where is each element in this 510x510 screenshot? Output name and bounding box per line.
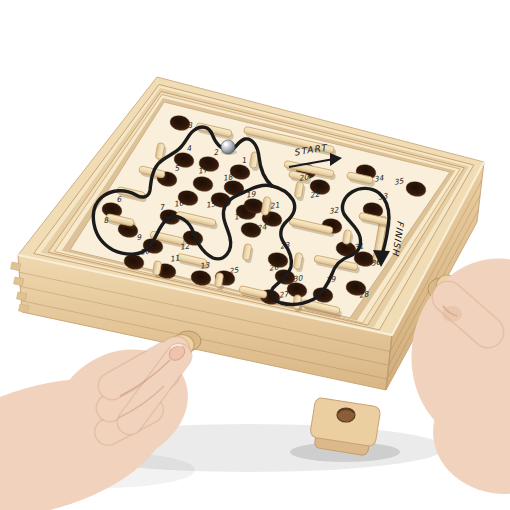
ball-highlight [224, 143, 228, 147]
hole-label-31: 31 [353, 241, 364, 251]
left-hand [0, 329, 206, 510]
hole-label-24: 24 [256, 222, 267, 232]
finger-joint [17, 292, 27, 301]
hole-label-34: 34 [373, 173, 384, 183]
steel-ball[interactable] [221, 140, 235, 154]
product-photo: STARTFINISH12345678910111213141516171819… [0, 0, 510, 510]
finger-joint [19, 304, 29, 313]
finger-joint [11, 262, 21, 271]
hole-label-14: 14 [233, 211, 244, 221]
finger-joint [14, 277, 24, 286]
labyrinth-scene: STARTFINISH12345678910111213141516171819… [0, 0, 510, 510]
hole-label-21: 21 [269, 200, 280, 210]
thumb-shade [442, 306, 462, 322]
hole-label-11: 11 [169, 253, 180, 263]
